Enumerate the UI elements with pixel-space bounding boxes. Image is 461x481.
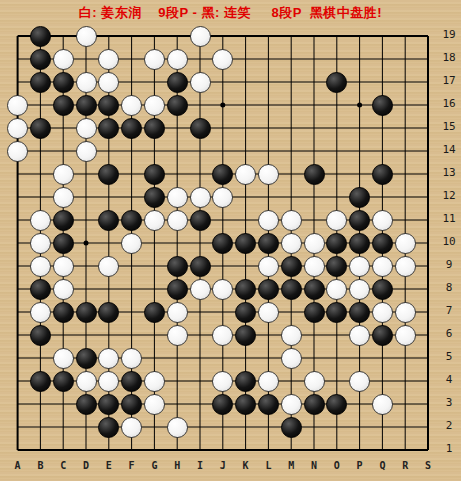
row-label-17: 17 <box>438 75 460 87</box>
stone-black <box>121 394 142 415</box>
screenshot-root: 白: 姜东润 9段P - 黑: 连笑 8段P 黑棋中盘胜! ABCDEFGHIJ… <box>0 0 461 481</box>
stone-black <box>30 72 51 93</box>
stone-black <box>144 164 165 185</box>
stone-white <box>258 371 279 392</box>
stone-black <box>76 95 97 116</box>
stone-black <box>53 371 74 392</box>
stone-black <box>53 72 74 93</box>
row-label-6: 6 <box>438 328 460 340</box>
row-label-12: 12 <box>438 190 460 202</box>
stone-white <box>372 210 393 231</box>
col-label-Q: Q <box>374 460 390 471</box>
stone-white <box>349 325 370 346</box>
stone-black <box>144 187 165 208</box>
col-label-A: A <box>10 460 26 471</box>
row-label-14: 14 <box>438 144 460 156</box>
row-label-16: 16 <box>438 98 460 110</box>
stone-white <box>349 256 370 277</box>
stone-white <box>372 256 393 277</box>
stone-white <box>372 302 393 323</box>
col-label-O: O <box>329 460 345 471</box>
stone-black <box>235 302 256 323</box>
stone-white <box>144 49 165 70</box>
stone-black <box>235 371 256 392</box>
row-label-18: 18 <box>438 52 460 64</box>
stone-black <box>30 279 51 300</box>
stone-black <box>212 394 233 415</box>
row-label-10: 10 <box>438 236 460 248</box>
stone-black <box>98 95 119 116</box>
stone-white <box>144 371 165 392</box>
stone-white <box>98 72 119 93</box>
stone-white <box>76 118 97 139</box>
stone-black <box>30 325 51 346</box>
stone-white <box>98 348 119 369</box>
stone-black <box>304 302 325 323</box>
stone-black <box>304 394 325 415</box>
stone-white <box>281 325 302 346</box>
stone-white <box>235 164 256 185</box>
row-label-13: 13 <box>438 167 460 179</box>
stone-white <box>304 371 325 392</box>
stone-white <box>98 256 119 277</box>
stone-black <box>190 118 211 139</box>
star-point <box>84 241 89 246</box>
row-label-8: 8 <box>438 282 460 294</box>
stone-black <box>98 164 119 185</box>
stone-white <box>190 187 211 208</box>
col-label-R: R <box>397 460 413 471</box>
stone-black <box>30 49 51 70</box>
stone-black <box>258 394 279 415</box>
stone-white <box>76 141 97 162</box>
stone-black <box>76 348 97 369</box>
star-point <box>357 103 362 108</box>
col-label-H: H <box>169 460 185 471</box>
stone-black <box>144 302 165 323</box>
stone-white <box>30 210 51 231</box>
stone-black <box>190 256 211 277</box>
go-board[interactable]: ABCDEFGHIJKLMNOPQRS 19181716151413121110… <box>0 0 461 481</box>
stone-black <box>235 279 256 300</box>
stone-black <box>53 95 74 116</box>
stone-white <box>76 72 97 93</box>
col-label-S: S <box>420 460 436 471</box>
stone-black <box>326 72 347 93</box>
stone-white <box>304 233 325 254</box>
stone-white <box>281 394 302 415</box>
col-label-P: P <box>352 460 368 471</box>
stone-black <box>349 302 370 323</box>
stone-white <box>395 302 416 323</box>
stone-black <box>30 26 51 47</box>
stone-black <box>326 233 347 254</box>
stone-white <box>190 72 211 93</box>
stone-white <box>258 256 279 277</box>
row-label-9: 9 <box>438 259 460 271</box>
stone-black <box>372 233 393 254</box>
stone-white <box>144 394 165 415</box>
stone-white <box>53 348 74 369</box>
stone-white <box>30 233 51 254</box>
stone-black <box>98 394 119 415</box>
stone-white <box>7 118 28 139</box>
col-label-B: B <box>32 460 48 471</box>
stone-white <box>121 348 142 369</box>
stone-black <box>372 164 393 185</box>
stone-white <box>190 26 211 47</box>
row-label-5: 5 <box>438 351 460 363</box>
col-label-K: K <box>238 460 254 471</box>
stone-black <box>98 118 119 139</box>
stone-black <box>212 233 233 254</box>
stone-white <box>212 325 233 346</box>
stone-black <box>304 164 325 185</box>
stone-black <box>235 233 256 254</box>
stone-white <box>395 325 416 346</box>
row-label-3: 3 <box>438 397 460 409</box>
stone-black <box>326 256 347 277</box>
stone-white <box>190 279 211 300</box>
stone-black <box>372 95 393 116</box>
stone-white <box>53 279 74 300</box>
stone-black <box>235 394 256 415</box>
col-label-M: M <box>283 460 299 471</box>
stone-white <box>349 371 370 392</box>
stone-white <box>144 210 165 231</box>
col-label-L: L <box>260 460 276 471</box>
stone-white <box>326 210 347 231</box>
stone-white <box>258 302 279 323</box>
stone-black <box>349 210 370 231</box>
star-point <box>220 103 225 108</box>
col-label-N: N <box>306 460 322 471</box>
stone-black <box>167 95 188 116</box>
stone-white <box>76 371 97 392</box>
stone-white <box>121 233 142 254</box>
stone-white <box>349 279 370 300</box>
stone-black <box>76 394 97 415</box>
stone-black <box>98 302 119 323</box>
stone-white <box>281 233 302 254</box>
col-label-J: J <box>215 460 231 471</box>
col-label-F: F <box>124 460 140 471</box>
stone-white <box>7 141 28 162</box>
stone-black <box>349 233 370 254</box>
stone-black <box>121 371 142 392</box>
col-label-D: D <box>78 460 94 471</box>
row-label-2: 2 <box>438 420 460 432</box>
stone-white <box>121 417 142 438</box>
stone-white <box>212 371 233 392</box>
stone-black <box>258 279 279 300</box>
stone-white <box>395 256 416 277</box>
stone-white <box>281 210 302 231</box>
stone-black <box>349 187 370 208</box>
stone-black <box>281 417 302 438</box>
row-label-15: 15 <box>438 121 460 133</box>
col-label-I: I <box>192 460 208 471</box>
stone-white <box>53 164 74 185</box>
stone-black <box>281 279 302 300</box>
row-label-7: 7 <box>438 305 460 317</box>
stone-white <box>30 302 51 323</box>
col-label-C: C <box>55 460 71 471</box>
stone-black <box>167 256 188 277</box>
stone-black <box>53 233 74 254</box>
stone-black <box>190 210 211 231</box>
stone-white <box>372 394 393 415</box>
stone-black <box>235 325 256 346</box>
stone-white <box>7 95 28 116</box>
stone-black <box>30 371 51 392</box>
stone-white <box>212 279 233 300</box>
row-label-19: 19 <box>438 29 460 41</box>
row-label-11: 11 <box>438 213 460 225</box>
stone-black <box>304 279 325 300</box>
stone-white <box>167 49 188 70</box>
stone-black <box>372 279 393 300</box>
stone-black <box>121 118 142 139</box>
stone-white <box>281 348 302 369</box>
stone-white <box>167 325 188 346</box>
stone-black <box>76 302 97 323</box>
stone-black <box>53 210 74 231</box>
stone-black <box>258 233 279 254</box>
row-label-4: 4 <box>438 374 460 386</box>
stone-white <box>167 210 188 231</box>
stone-white <box>98 49 119 70</box>
stone-white <box>53 49 74 70</box>
stone-white <box>98 371 119 392</box>
stone-white <box>258 210 279 231</box>
stone-white <box>53 187 74 208</box>
stone-black <box>144 118 165 139</box>
stone-white <box>167 302 188 323</box>
stone-black <box>121 210 142 231</box>
stone-black <box>167 72 188 93</box>
stone-white <box>53 256 74 277</box>
stone-white <box>30 256 51 277</box>
stone-black <box>98 417 119 438</box>
stone-black <box>30 118 51 139</box>
col-label-E: E <box>101 460 117 471</box>
stone-white <box>121 95 142 116</box>
stone-white <box>212 49 233 70</box>
stone-white <box>144 95 165 116</box>
stone-black <box>326 394 347 415</box>
stone-black <box>167 279 188 300</box>
stone-white <box>258 164 279 185</box>
stone-white <box>167 417 188 438</box>
stone-white <box>167 187 188 208</box>
stone-black <box>53 302 74 323</box>
stone-white <box>326 279 347 300</box>
col-label-G: G <box>146 460 162 471</box>
stone-black <box>212 164 233 185</box>
stone-black <box>98 210 119 231</box>
stone-white <box>76 26 97 47</box>
stone-white <box>304 256 325 277</box>
stone-white <box>395 233 416 254</box>
row-label-1: 1 <box>438 443 460 455</box>
stone-black <box>326 302 347 323</box>
stone-white <box>212 187 233 208</box>
stone-black <box>372 325 393 346</box>
stone-black <box>281 256 302 277</box>
